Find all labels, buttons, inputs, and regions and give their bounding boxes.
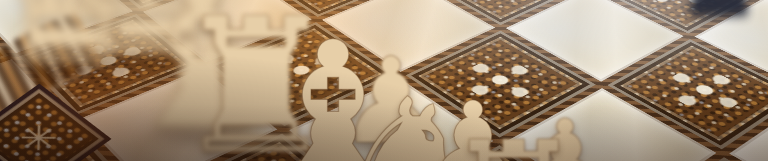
pieces-layer: ♛♚♝♟♜♟♝♞♟♟♜	[0, 0, 768, 161]
chess-photo-banner: ✳ ♛♚♝♟♜♟♝♞♟♟♜	[0, 0, 768, 161]
white-rook-front: ♜	[443, 120, 585, 161]
black-pawn-distant: ♟	[677, 0, 761, 30]
